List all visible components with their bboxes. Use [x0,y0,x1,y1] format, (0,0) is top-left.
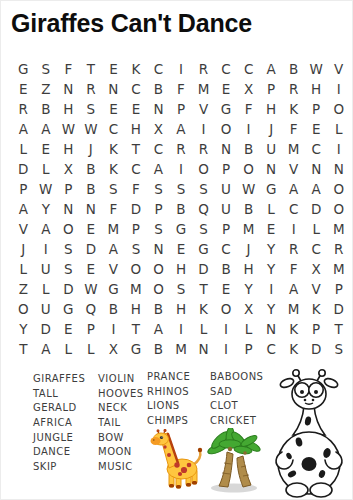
grid-cell-r7c15: O [327,179,350,199]
grid-cell-r14c12: N [260,319,283,339]
grid-cell-r5c15: I [327,139,350,159]
grid-cell-r9c4: E [80,219,103,239]
grid-cell-r5c10: N [215,139,238,159]
grid-cell-r9c6: P [125,219,148,239]
grid-cell-r13c8: H [170,299,193,319]
word-list-item: CRICKET [210,414,263,429]
grid-cell-r11c6: O [125,259,148,279]
grid-cell-r13c10: O [215,299,238,319]
grid-cell-r13c4: Q [80,299,103,319]
grid-cell-r15c12: C [260,339,283,359]
grid-cell-r3c13: K [282,99,305,119]
grid-cell-r9c8: G [170,219,193,239]
grid-cell-r2c11: X [237,79,260,99]
grid-cell-r3c15: O [327,99,350,119]
grid-cell-r9c15: M [327,219,350,239]
grid-cell-r15c15: S [327,339,350,359]
grid-cell-r4c10: O [215,119,238,139]
word-list-item: MUSIC [98,460,144,475]
grid-cell-r1c13: B [282,59,305,79]
grid-cell-r10c10: C [215,239,238,259]
word-list-column-4: BABOONSSADCLOTCRICKET [210,370,263,429]
grid-cell-r11c1: L [12,259,35,279]
grid-cell-r3c1: R [12,99,35,119]
grid-cell-r9c7: S [147,219,170,239]
grid-cell-r2c4: R [80,79,103,99]
grid-cell-r13c5: B [102,299,125,319]
grid-cell-r5c3: H [57,139,80,159]
grid-cell-r11c9: D [192,259,215,279]
grid-cell-r7c1: P [12,179,35,199]
grid-cell-r10c11: J [237,239,260,259]
grid-cell-r7c5: S [102,179,125,199]
grid-cell-r6c8: I [170,159,193,179]
grid-cell-r1c15: V [327,59,350,79]
grid-cell-r12c10: E [215,279,238,299]
grid-cell-r14c3: E [57,319,80,339]
grid-cell-r6c13: V [282,159,305,179]
grid-cell-r1c3: F [57,59,80,79]
grid-cell-r11c5: V [102,259,125,279]
worksheet-page: Giraffes Can't Dance GSFTEKCIRCCABWVEZNR… [0,0,353,500]
grid-cell-r5c1: L [12,139,35,159]
grid-cell-r10c6: S [125,239,148,259]
grid-cell-r5c7: C [147,139,170,159]
grid-cell-r8c2: Y [35,199,58,219]
word-list-item: PRANCE [147,370,190,385]
grid-cell-r13c1: O [12,299,35,319]
grid-cell-r3c9: V [192,99,215,119]
grid-cell-r1c5: E [102,59,125,79]
grid-cell-r8c6: D [125,199,148,219]
grid-cell-r10c12: Y [260,239,283,259]
grid-cell-r15c1: T [12,339,35,359]
word-list-item: JUNGLE [33,431,85,446]
grid-cell-r14c4: P [80,319,103,339]
grid-cell-r1c10: C [215,59,238,79]
grid-cell-r8c5: F [102,199,125,219]
grid-cell-r6c1: D [12,159,35,179]
grid-cell-r13c7: B [147,299,170,319]
grid-cell-r1c2: S [35,59,58,79]
grid-cell-r5c5: K [102,139,125,159]
word-list-item: SAD [210,385,263,400]
grid-cell-r14c9: L [192,319,215,339]
grid-cell-r10c15: R [327,239,350,259]
grid-cell-r8c14: D [305,199,328,219]
grid-cell-r7c3: P [57,179,80,199]
grid-cell-r12c7: O [147,279,170,299]
word-list-column-1: GIRAFFESTALLGERALDAFRICAJUNGLEDANCESKIP [33,372,85,475]
grid-cell-r1c12: A [260,59,283,79]
grid-cell-r12c5: G [102,279,125,299]
word-list-item: NECK [98,401,144,416]
small-giraffe-illustration [149,429,205,493]
grid-cell-r6c7: A [147,159,170,179]
grid-cell-r15c3: L [57,339,80,359]
grid-cell-r4c15: L [327,119,350,139]
word-list-item: GIRAFFES [33,372,85,387]
grid-cell-r14c10: I [215,319,238,339]
grid-cell-r11c10: B [215,259,238,279]
grid-cell-r2c14: H [305,79,328,99]
grid-cell-r7c9: S [192,179,215,199]
grid-cell-r2c8: F [170,79,193,99]
grid-cell-r9c13: I [282,219,305,239]
grid-cell-r10c4: D [80,239,103,259]
grid-cell-r8c3: N [57,199,80,219]
grid-cell-r10c7: N [147,239,170,259]
grid-cell-r4c8: A [170,119,193,139]
grid-cell-r7c12: G [260,179,283,199]
grid-cell-r15c14: D [305,339,328,359]
grid-cell-r2c1: E [12,79,35,99]
grid-cell-r1c6: K [125,59,148,79]
grid-cell-r2c9: M [192,79,215,99]
grid-cell-r5c14: C [305,139,328,159]
grid-cell-r4c5: C [102,119,125,139]
grid-cell-r11c2: U [35,259,58,279]
grid-cell-r9c12: E [260,219,283,239]
grid-cell-r9c9: S [192,219,215,239]
grid-cell-r12c2: L [35,279,58,299]
grid-cell-r5c11: B [237,139,260,159]
grid-cell-r1c4: T [80,59,103,79]
grid-cell-r15c2: A [35,339,58,359]
grid-cell-r13c13: M [282,299,305,319]
grid-cell-r6c5: K [102,159,125,179]
word-list-column-3: PRANCERHINOSLIONSCHIMPS [147,370,190,429]
grid-cell-r7c11: W [237,179,260,199]
grid-cell-r3c12: H [260,99,283,119]
grid-cell-r4c9: I [192,119,215,139]
word-list-item: SKIP [33,460,85,475]
grid-cell-r12c1: Z [12,279,35,299]
grid-cell-r12c4: W [80,279,103,299]
puzzle-title: Giraffes Can't Dance [11,9,252,38]
grid-cell-r5c13: M [282,139,305,159]
grid-cell-r13c15: D [327,299,350,319]
grid-cell-r9c11: M [237,219,260,239]
grid-cell-r5c2: E [35,139,58,159]
grid-cell-r3c11: F [237,99,260,119]
word-list-column-2: VIOLINHOOVESNECKTAILBOWMOONMUSIC [98,372,144,475]
grid-cell-r1c1: G [12,59,35,79]
grid-cell-r2c3: N [57,79,80,99]
word-list-item: TAIL [98,416,144,431]
grid-cell-r12c11: Y [237,279,260,299]
grid-cell-r4c7: X [147,119,170,139]
grid-cell-r2c7: B [147,79,170,99]
grid-cell-r7c4: B [80,179,103,199]
word-search-grid: GSFTEKCIRCCABWVEZNRNCBFMEXPRHIRBHSEENPVG… [12,59,350,359]
grid-cell-r3c8: P [170,99,193,119]
grid-cell-r14c2: D [35,319,58,339]
grid-cell-r13c12: Y [260,299,283,319]
grid-cell-r1c9: R [192,59,215,79]
grid-cell-r8c12: L [260,199,283,219]
grid-cell-r10c14: C [305,239,328,259]
big-giraffe-illustration [265,368,353,499]
grid-cell-r5c4: J [80,139,103,159]
word-list-item: MOON [98,445,144,460]
grid-cell-r7c7: S [147,179,170,199]
grid-cell-r2c15: I [327,79,350,99]
grid-cell-r11c15: M [327,259,350,279]
word-list-item: BABOONS [210,370,263,385]
grid-cell-r8c1: A [12,199,35,219]
grid-cell-r2c12: P [260,79,283,99]
word-list-item: GERALD [33,401,85,416]
grid-cell-r7c14: A [305,179,328,199]
grid-cell-r14c7: A [147,319,170,339]
grid-cell-r15c5: X [102,339,125,359]
grid-cell-r7c2: W [35,179,58,199]
grid-cell-r4c4: W [80,119,103,139]
grid-cell-r5c8: R [170,139,193,159]
grid-cell-r14c15: T [327,319,350,339]
grid-cell-r8c8: B [170,199,193,219]
grid-cell-r14c8: I [170,319,193,339]
grid-cell-r8c13: C [282,199,305,219]
grid-cell-r13c3: G [57,299,80,319]
grid-cell-r2c10: E [215,79,238,99]
grid-cell-r7c8: S [170,179,193,199]
grid-cell-r11c3: S [57,259,80,279]
palm-tree-illustration [205,428,263,494]
grid-cell-r13c2: U [35,299,58,319]
grid-cell-r10c13: R [282,239,305,259]
grid-cell-r13c6: H [125,299,148,319]
grid-cell-r14c13: K [282,319,305,339]
grid-cell-r7c13: A [282,179,305,199]
grid-cell-r3c2: B [35,99,58,119]
grid-cell-r12c3: D [57,279,80,299]
grid-cell-r15c13: K [282,339,305,359]
grid-cell-r2c13: R [282,79,305,99]
grid-cell-r8c7: P [147,199,170,219]
grid-cell-r12c9: T [192,279,215,299]
grid-cell-r15c9: N [192,339,215,359]
grid-cell-r9c5: M [102,219,125,239]
grid-cell-r12c14: V [305,279,328,299]
grid-cell-r8c4: N [80,199,103,219]
word-list-item: DANCE [33,445,85,460]
grid-cell-r3c6: E [125,99,148,119]
word-list-item: BOW [98,431,144,446]
grid-cell-r5c9: R [192,139,215,159]
grid-cell-r15c7: B [147,339,170,359]
grid-cell-r10c5: A [102,239,125,259]
word-list-item: TALL [33,387,85,402]
grid-cell-r7c10: U [215,179,238,199]
grid-cell-r4c1: A [12,119,35,139]
grid-cell-r12c6: M [125,279,148,299]
grid-cell-r6c2: L [35,159,58,179]
grid-cell-r13c14: K [305,299,328,319]
grid-cell-r14c14: P [305,319,328,339]
grid-cell-r8c9: Q [192,199,215,219]
grid-cell-r11c8: H [170,259,193,279]
grid-cell-r10c1: J [12,239,35,259]
grid-cell-r4c11: I [237,119,260,139]
grid-cell-r6c15: N [327,159,350,179]
grid-cell-r12c12: I [260,279,283,299]
grid-cell-r10c3: S [57,239,80,259]
grid-cell-r13c9: K [192,299,215,319]
grid-cell-r15c6: G [125,339,148,359]
grid-cell-r9c1: V [12,219,35,239]
grid-cell-r1c14: W [305,59,328,79]
grid-cell-r11c13: F [282,259,305,279]
word-list-item: CLOT [210,399,263,414]
grid-cell-r2c6: C [125,79,148,99]
grid-cell-r12c8: S [170,279,193,299]
word-list-item: CHIMPS [147,414,190,429]
grid-cell-r13c11: X [237,299,260,319]
grid-cell-r4c2: A [35,119,58,139]
grid-cell-r10c9: G [192,239,215,259]
grid-cell-r10c2: I [35,239,58,259]
grid-cell-r8c10: U [215,199,238,219]
grid-cell-r14c11: L [237,319,260,339]
grid-cell-r5c6: T [125,139,148,159]
grid-cell-r12c13: A [282,279,305,299]
grid-cell-r9c2: A [35,219,58,239]
grid-cell-r6c11: O [237,159,260,179]
word-list-item: LIONS [147,399,190,414]
grid-cell-r1c8: I [170,59,193,79]
word-list-item: RHINOS [147,385,190,400]
grid-cell-r2c2: Z [35,79,58,99]
grid-cell-r5c12: U [260,139,283,159]
grid-cell-r1c7: C [147,59,170,79]
grid-cell-r10c8: E [170,239,193,259]
grid-cell-r4c12: J [260,119,283,139]
grid-cell-r6c4: B [80,159,103,179]
grid-cell-r3c5: E [102,99,125,119]
grid-cell-r14c6: T [125,319,148,339]
grid-cell-r9c10: P [215,219,238,239]
grid-cell-r3c14: P [305,99,328,119]
grid-cell-r6c14: N [305,159,328,179]
grid-cell-r6c10: P [215,159,238,179]
grid-cell-r14c5: I [102,319,125,339]
grid-cell-r8c15: O [327,199,350,219]
grid-cell-r4c13: F [282,119,305,139]
grid-cell-r7c6: F [125,179,148,199]
grid-cell-r11c12: Y [260,259,283,279]
grid-cell-r4c3: W [57,119,80,139]
grid-cell-r11c11: H [237,259,260,279]
grid-cell-r3c3: H [57,99,80,119]
grid-cell-r14c1: Y [12,319,35,339]
word-list-item: VIOLIN [98,372,144,387]
grid-cell-r6c9: O [192,159,215,179]
grid-cell-r15c11: P [237,339,260,359]
grid-cell-r3c4: S [80,99,103,119]
grid-cell-r9c14: L [305,219,328,239]
grid-cell-r8c11: B [237,199,260,219]
grid-cell-r11c7: O [147,259,170,279]
grid-cell-r4c6: H [125,119,148,139]
grid-cell-r6c6: C [125,159,148,179]
word-list-item: AFRICA [33,416,85,431]
grid-cell-r11c4: E [80,259,103,279]
grid-cell-r15c10: I [215,339,238,359]
grid-cell-r2c5: N [102,79,125,99]
grid-cell-r9c3: O [57,219,80,239]
grid-cell-r6c12: N [260,159,283,179]
word-list-item: HOOVES [98,387,144,402]
grid-cell-r6c3: X [57,159,80,179]
grid-cell-r3c7: N [147,99,170,119]
grid-cell-r12c15: P [327,279,350,299]
grid-cell-r3c10: G [215,99,238,119]
grid-cell-r11c14: X [305,259,328,279]
grid-cell-r4c14: E [305,119,328,139]
grid-cell-r1c11: C [237,59,260,79]
grid-cell-r15c4: L [80,339,103,359]
grid-cell-r15c8: M [170,339,193,359]
